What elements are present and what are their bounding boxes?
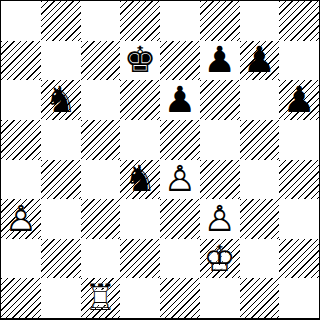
- square-e3[interactable]: [160, 199, 200, 239]
- square-f8[interactable]: [200, 1, 240, 41]
- square-c4[interactable]: [81, 160, 121, 200]
- piece-black-pawn[interactable]: ♟: [160, 80, 200, 120]
- square-h6[interactable]: ♟: [279, 80, 319, 120]
- piece-black-knight[interactable]: ♞: [120, 160, 160, 200]
- square-d8[interactable]: [120, 1, 160, 41]
- square-c3[interactable]: [81, 199, 121, 239]
- square-g3[interactable]: [240, 199, 280, 239]
- square-h8[interactable]: [279, 1, 319, 41]
- chess-board: ♚♟♟♞♟♟♞♟♙♟♙♟♙♚♔♜♖: [0, 0, 320, 320]
- square-d4[interactable]: ♞: [120, 160, 160, 200]
- black-knight-glyph: ♞: [41, 80, 81, 120]
- square-f7[interactable]: ♟: [200, 41, 240, 81]
- square-h1[interactable]: [279, 278, 319, 318]
- square-d7[interactable]: ♚: [120, 41, 160, 81]
- piece-white-pawn[interactable]: ♟♙: [160, 160, 200, 200]
- square-c1[interactable]: ♜♖: [81, 278, 121, 318]
- square-a7[interactable]: [1, 41, 41, 81]
- piece-black-king[interactable]: ♚: [120, 41, 160, 81]
- square-e1[interactable]: [160, 278, 200, 318]
- square-d5[interactable]: [120, 120, 160, 160]
- square-e5[interactable]: [160, 120, 200, 160]
- square-c5[interactable]: [81, 120, 121, 160]
- square-b4[interactable]: [41, 160, 81, 200]
- square-f2[interactable]: ♚♔: [200, 239, 240, 279]
- square-b8[interactable]: [41, 1, 81, 41]
- square-h4[interactable]: [279, 160, 319, 200]
- square-g4[interactable]: [240, 160, 280, 200]
- square-d1[interactable]: [120, 278, 160, 318]
- square-f3[interactable]: ♟♙: [200, 199, 240, 239]
- square-h3[interactable]: [279, 199, 319, 239]
- square-g6[interactable]: [240, 80, 280, 120]
- square-c8[interactable]: [81, 1, 121, 41]
- piece-black-pawn[interactable]: ♟: [240, 41, 280, 81]
- square-f5[interactable]: [200, 120, 240, 160]
- square-b2[interactable]: [41, 239, 81, 279]
- square-a3[interactable]: ♟♙: [1, 199, 41, 239]
- piece-white-rook[interactable]: ♜♖: [81, 278, 121, 318]
- square-b7[interactable]: [41, 41, 81, 81]
- square-c7[interactable]: [81, 41, 121, 81]
- square-b1[interactable]: [41, 278, 81, 318]
- piece-black-pawn[interactable]: ♟: [279, 80, 319, 120]
- black-knight-glyph: ♞: [120, 160, 160, 200]
- black-pawn-glyph: ♟: [200, 41, 240, 81]
- piece-black-knight[interactable]: ♞: [41, 80, 81, 120]
- black-pawn-glyph: ♟: [240, 41, 280, 81]
- square-c6[interactable]: [81, 80, 121, 120]
- white-pawn-glyph-outline: ♙: [160, 160, 200, 200]
- white-king-glyph-outline: ♔: [200, 239, 240, 279]
- white-pawn-glyph-outline: ♙: [1, 199, 41, 239]
- square-f6[interactable]: [200, 80, 240, 120]
- piece-white-pawn[interactable]: ♟♙: [200, 199, 240, 239]
- square-a4[interactable]: [1, 160, 41, 200]
- square-a5[interactable]: [1, 120, 41, 160]
- square-e7[interactable]: [160, 41, 200, 81]
- square-b6[interactable]: ♞: [41, 80, 81, 120]
- black-pawn-glyph: ♟: [160, 80, 200, 120]
- square-g2[interactable]: [240, 239, 280, 279]
- piece-white-pawn[interactable]: ♟♙: [1, 199, 41, 239]
- black-king-glyph: ♚: [120, 41, 160, 81]
- black-pawn-glyph: ♟: [279, 80, 319, 120]
- square-b3[interactable]: [41, 199, 81, 239]
- square-a8[interactable]: [1, 1, 41, 41]
- square-e2[interactable]: [160, 239, 200, 279]
- square-g1[interactable]: [240, 278, 280, 318]
- square-h2[interactable]: [279, 239, 319, 279]
- square-g5[interactable]: [240, 120, 280, 160]
- square-a2[interactable]: [1, 239, 41, 279]
- square-e8[interactable]: [160, 1, 200, 41]
- square-g7[interactable]: ♟: [240, 41, 280, 81]
- piece-white-king[interactable]: ♚♔: [200, 239, 240, 279]
- square-c2[interactable]: [81, 239, 121, 279]
- square-e4[interactable]: ♟♙: [160, 160, 200, 200]
- square-d2[interactable]: [120, 239, 160, 279]
- square-b5[interactable]: [41, 120, 81, 160]
- square-a6[interactable]: [1, 80, 41, 120]
- square-h7[interactable]: [279, 41, 319, 81]
- square-d3[interactable]: [120, 199, 160, 239]
- square-e6[interactable]: ♟: [160, 80, 200, 120]
- square-a1[interactable]: [1, 278, 41, 318]
- piece-black-pawn[interactable]: ♟: [200, 41, 240, 81]
- square-g8[interactable]: [240, 1, 280, 41]
- square-f4[interactable]: [200, 160, 240, 200]
- square-d6[interactable]: [120, 80, 160, 120]
- square-h5[interactable]: [279, 120, 319, 160]
- square-f1[interactable]: [200, 278, 240, 318]
- white-rook-glyph-outline: ♖: [81, 278, 121, 318]
- white-pawn-glyph-outline: ♙: [200, 199, 240, 239]
